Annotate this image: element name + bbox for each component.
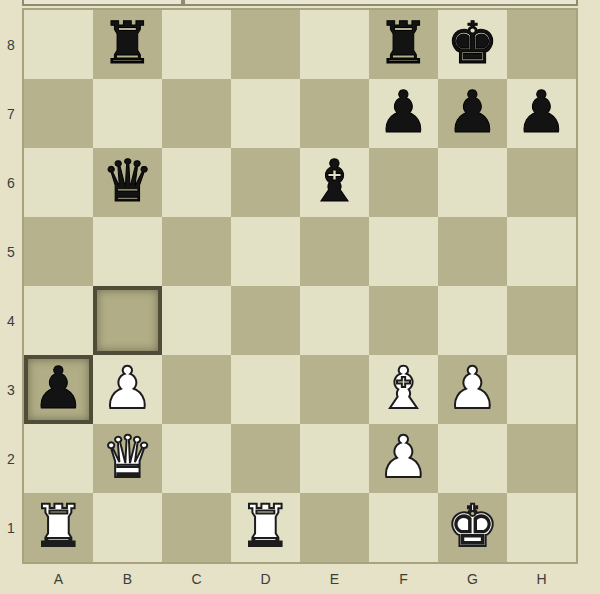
board: ♜♜♚♟♟♟♛♝♟♟♝♟♛♟♜♜♚ [24, 10, 576, 562]
black-king[interactable]: ♚ [438, 10, 507, 79]
white-pawn[interactable]: ♟ [438, 355, 507, 424]
square-h7[interactable]: ♟ [507, 79, 576, 148]
white-pawn[interactable]: ♟ [93, 355, 162, 424]
square-e6[interactable]: ♝ [300, 148, 369, 217]
square-f3[interactable]: ♝ [369, 355, 438, 424]
square-b4[interactable] [93, 286, 162, 355]
square-b8[interactable]: ♜ [93, 10, 162, 79]
file-label-e: E [300, 564, 369, 594]
square-d6[interactable] [231, 148, 300, 217]
file-label-g: G [438, 564, 507, 594]
black-bishop[interactable]: ♝ [300, 148, 369, 217]
square-f8[interactable]: ♜ [369, 10, 438, 79]
rank-labels: 87654321 [0, 10, 22, 562]
black-pawn[interactable]: ♟ [24, 355, 93, 424]
square-d8[interactable] [231, 10, 300, 79]
black-queen[interactable]: ♛ [93, 148, 162, 217]
square-g7[interactable]: ♟ [438, 79, 507, 148]
file-label-c: C [162, 564, 231, 594]
rank-label-8: 8 [0, 10, 22, 79]
square-b1[interactable] [93, 493, 162, 562]
white-rook[interactable]: ♜ [24, 493, 93, 562]
square-h2[interactable] [507, 424, 576, 493]
square-g4[interactable] [438, 286, 507, 355]
square-h6[interactable] [507, 148, 576, 217]
white-pawn[interactable]: ♟ [369, 424, 438, 493]
square-e5[interactable] [300, 217, 369, 286]
square-h4[interactable] [507, 286, 576, 355]
file-label-d: D [231, 564, 300, 594]
file-label-a: A [24, 564, 93, 594]
square-g8[interactable]: ♚ [438, 10, 507, 79]
square-e4[interactable] [300, 286, 369, 355]
square-g1[interactable]: ♚ [438, 493, 507, 562]
white-rook[interactable]: ♜ [231, 493, 300, 562]
square-d2[interactable] [231, 424, 300, 493]
square-a4[interactable] [24, 286, 93, 355]
top-strip [0, 0, 600, 8]
black-rook[interactable]: ♜ [93, 10, 162, 79]
square-f5[interactable] [369, 217, 438, 286]
black-pawn[interactable]: ♟ [507, 79, 576, 148]
square-b7[interactable] [93, 79, 162, 148]
file-label-b: B [93, 564, 162, 594]
square-a2[interactable] [24, 424, 93, 493]
square-f2[interactable]: ♟ [369, 424, 438, 493]
square-a5[interactable] [24, 217, 93, 286]
square-g5[interactable] [438, 217, 507, 286]
board-frame: ♜♜♚♟♟♟♛♝♟♟♝♟♛♟♜♜♚ [22, 8, 578, 564]
square-c6[interactable] [162, 148, 231, 217]
white-bishop[interactable]: ♝ [369, 355, 438, 424]
square-e7[interactable] [300, 79, 369, 148]
top-panel-left [22, 0, 183, 6]
square-b6[interactable]: ♛ [93, 148, 162, 217]
square-c8[interactable] [162, 10, 231, 79]
square-f7[interactable]: ♟ [369, 79, 438, 148]
square-h1[interactable] [507, 493, 576, 562]
white-queen[interactable]: ♛ [93, 424, 162, 493]
rank-label-2: 2 [0, 424, 22, 493]
rank-label-1: 1 [0, 493, 22, 562]
square-h5[interactable] [507, 217, 576, 286]
black-pawn[interactable]: ♟ [369, 79, 438, 148]
square-f6[interactable] [369, 148, 438, 217]
square-a6[interactable] [24, 148, 93, 217]
square-e1[interactable] [300, 493, 369, 562]
square-a7[interactable] [24, 79, 93, 148]
square-d7[interactable] [231, 79, 300, 148]
square-b2[interactable]: ♛ [93, 424, 162, 493]
square-a3[interactable]: ♟ [24, 355, 93, 424]
square-f1[interactable] [369, 493, 438, 562]
square-e2[interactable] [300, 424, 369, 493]
square-a8[interactable] [24, 10, 93, 79]
rank-label-7: 7 [0, 79, 22, 148]
file-labels: ABCDEFGH [24, 564, 576, 594]
rank-label-3: 3 [0, 355, 22, 424]
square-d1[interactable]: ♜ [231, 493, 300, 562]
square-g3[interactable]: ♟ [438, 355, 507, 424]
square-c2[interactable] [162, 424, 231, 493]
square-g2[interactable] [438, 424, 507, 493]
square-h8[interactable] [507, 10, 576, 79]
square-a1[interactable]: ♜ [24, 493, 93, 562]
black-rook[interactable]: ♜ [369, 10, 438, 79]
square-c5[interactable] [162, 217, 231, 286]
white-king[interactable]: ♚ [438, 493, 507, 562]
square-d5[interactable] [231, 217, 300, 286]
square-g6[interactable] [438, 148, 507, 217]
square-d3[interactable] [231, 355, 300, 424]
square-c3[interactable] [162, 355, 231, 424]
file-label-f: F [369, 564, 438, 594]
rank-label-5: 5 [0, 217, 22, 286]
rank-label-6: 6 [0, 148, 22, 217]
square-c1[interactable] [162, 493, 231, 562]
square-b5[interactable] [93, 217, 162, 286]
square-c4[interactable] [162, 286, 231, 355]
top-panel-right [183, 0, 578, 6]
square-b3[interactable]: ♟ [93, 355, 162, 424]
square-d4[interactable] [231, 286, 300, 355]
square-h3[interactable] [507, 355, 576, 424]
square-f4[interactable] [369, 286, 438, 355]
square-c7[interactable] [162, 79, 231, 148]
rank-label-4: 4 [0, 286, 22, 355]
square-e3[interactable] [300, 355, 369, 424]
square-e8[interactable] [300, 10, 369, 79]
file-label-h: H [507, 564, 576, 594]
black-pawn[interactable]: ♟ [438, 79, 507, 148]
